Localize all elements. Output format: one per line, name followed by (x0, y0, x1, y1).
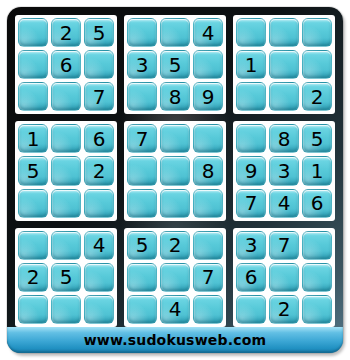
cell-r1c5[interactable] (160, 18, 190, 47)
cell-r4c9[interactable]: 5 (302, 124, 332, 153)
cell-r3c1[interactable] (18, 82, 48, 111)
cell-digit: 8 (169, 87, 182, 107)
cell-r2c1[interactable] (18, 50, 48, 79)
cell-r2c7[interactable]: 1 (236, 50, 266, 79)
cell-r7c6[interactable] (193, 231, 223, 260)
cell-r1c8[interactable] (269, 18, 299, 47)
sudoku-box-2-3: 85931746 (233, 121, 335, 220)
cell-r1c4[interactable] (127, 18, 157, 47)
cell-r6c6[interactable] (193, 189, 223, 218)
cell-digit: 2 (311, 87, 324, 107)
cell-r3c6[interactable]: 9 (193, 82, 223, 111)
cell-digit: 4 (278, 193, 291, 213)
cell-r5c4[interactable] (127, 156, 157, 185)
cell-digit: 5 (169, 55, 182, 75)
cell-r6c3[interactable] (84, 189, 114, 218)
cell-r8c9[interactable] (302, 263, 332, 292)
cell-digit: 1 (245, 55, 258, 75)
cell-digit: 6 (245, 267, 258, 287)
cell-r7c8[interactable]: 7 (269, 231, 299, 260)
sudoku-box-3-3: 3762 (233, 228, 335, 327)
cell-r7c3[interactable]: 4 (84, 231, 114, 260)
cell-digit: 9 (245, 161, 258, 181)
cell-r6c5[interactable] (160, 189, 190, 218)
cell-r2c4[interactable]: 3 (127, 50, 157, 79)
sudoku-box-3-1: 425 (15, 228, 117, 327)
cell-r5c2[interactable] (51, 156, 81, 185)
cell-digit: 3 (136, 55, 149, 75)
cell-r9c5[interactable]: 4 (160, 295, 190, 324)
cell-r5c5[interactable] (160, 156, 190, 185)
cell-r2c9[interactable] (302, 50, 332, 79)
cell-r1c9[interactable] (302, 18, 332, 47)
cell-digit: 5 (311, 129, 324, 149)
cell-r8c6[interactable]: 7 (193, 263, 223, 292)
cell-r9c3[interactable] (84, 295, 114, 324)
cell-r8c2[interactable]: 5 (51, 263, 81, 292)
cell-r2c2[interactable]: 6 (51, 50, 81, 79)
cell-r7c5[interactable]: 2 (160, 231, 190, 260)
cell-digit: 1 (311, 161, 324, 181)
cell-r6c9[interactable]: 6 (302, 189, 332, 218)
cell-r1c3[interactable]: 5 (84, 18, 114, 47)
cell-r6c8[interactable]: 4 (269, 189, 299, 218)
sudoku-grid: 256743589121652788593174642552743762 (15, 15, 335, 327)
cell-digit: 5 (93, 23, 106, 43)
cell-digit: 9 (202, 87, 215, 107)
cell-r8c5[interactable] (160, 263, 190, 292)
cell-digit: 7 (278, 235, 291, 255)
cell-r3c3[interactable]: 7 (84, 82, 114, 111)
cell-r7c9[interactable] (302, 231, 332, 260)
cell-r9c9[interactable] (302, 295, 332, 324)
cell-r3c8[interactable] (269, 82, 299, 111)
cell-r9c7[interactable] (236, 295, 266, 324)
cell-r1c1[interactable] (18, 18, 48, 47)
cell-r5c9[interactable]: 1 (302, 156, 332, 185)
cell-r4c2[interactable] (51, 124, 81, 153)
sudoku-box-2-2: 78 (124, 121, 226, 220)
cell-r3c2[interactable] (51, 82, 81, 111)
cell-digit: 7 (202, 267, 215, 287)
cell-r3c5[interactable]: 8 (160, 82, 190, 111)
cell-digit: 5 (27, 161, 40, 181)
cell-r6c1[interactable] (18, 189, 48, 218)
cell-r1c6[interactable]: 4 (193, 18, 223, 47)
cell-r2c8[interactable] (269, 50, 299, 79)
cell-digit: 2 (93, 161, 106, 181)
cell-digit: 6 (93, 129, 106, 149)
cell-r5c6[interactable]: 8 (193, 156, 223, 185)
cell-r9c1[interactable] (18, 295, 48, 324)
cell-r9c6[interactable] (193, 295, 223, 324)
footer-bar: www.sudokusweb.com (7, 327, 343, 353)
cell-digit: 4 (93, 235, 106, 255)
cell-r4c1[interactable]: 1 (18, 124, 48, 153)
cell-digit: 6 (60, 55, 73, 75)
cell-r7c2[interactable] (51, 231, 81, 260)
cell-digit: 5 (136, 235, 149, 255)
sudoku-box-1-3: 12 (233, 15, 335, 114)
cell-r4c5[interactable] (160, 124, 190, 153)
cell-r1c7[interactable] (236, 18, 266, 47)
cell-r9c2[interactable] (51, 295, 81, 324)
cell-r1c2[interactable]: 2 (51, 18, 81, 47)
cell-digit: 2 (60, 23, 73, 43)
cell-digit: 3 (245, 235, 258, 255)
cell-r8c7[interactable]: 6 (236, 263, 266, 292)
cell-r2c5[interactable]: 5 (160, 50, 190, 79)
cell-r8c3[interactable] (84, 263, 114, 292)
cell-digit: 4 (202, 23, 215, 43)
cell-digit: 4 (169, 299, 182, 319)
cell-r6c7[interactable]: 7 (236, 189, 266, 218)
cell-digit: 7 (136, 129, 149, 149)
cell-r5c7[interactable]: 9 (236, 156, 266, 185)
cell-r7c4[interactable]: 5 (127, 231, 157, 260)
sudoku-box-2-1: 1652 (15, 121, 117, 220)
cell-r3c4[interactable] (127, 82, 157, 111)
cell-r5c1[interactable]: 5 (18, 156, 48, 185)
cell-r6c4[interactable] (127, 189, 157, 218)
cell-r2c6[interactable] (193, 50, 223, 79)
sudoku-box-3-2: 5274 (124, 228, 226, 327)
cell-digit: 1 (27, 129, 40, 149)
cell-digit: 8 (202, 161, 215, 181)
cell-digit: 6 (311, 193, 324, 213)
cell-r9c4[interactable] (127, 295, 157, 324)
cell-r4c8[interactable]: 8 (269, 124, 299, 153)
cell-r5c3[interactable]: 2 (84, 156, 114, 185)
cell-r4c6[interactable] (193, 124, 223, 153)
cell-r4c7[interactable] (236, 124, 266, 153)
cell-digit: 8 (278, 129, 291, 149)
sudoku-box-1-2: 43589 (124, 15, 226, 114)
cell-digit: 2 (27, 267, 40, 287)
cell-r3c9[interactable]: 2 (302, 82, 332, 111)
cell-r8c8[interactable] (269, 263, 299, 292)
cell-r7c7[interactable]: 3 (236, 231, 266, 260)
cell-r5c8[interactable]: 3 (269, 156, 299, 185)
cell-r7c1[interactable] (18, 231, 48, 260)
sudoku-board: 256743589121652788593174642552743762 www… (7, 7, 343, 353)
cell-r8c4[interactable] (127, 263, 157, 292)
site-url: www.sudokusweb.com (84, 332, 267, 348)
cell-digit: 7 (93, 87, 106, 107)
cell-r4c3[interactable]: 6 (84, 124, 114, 153)
cell-digit: 5 (60, 267, 73, 287)
cell-digit: 2 (278, 299, 291, 319)
cell-r6c2[interactable] (51, 189, 81, 218)
cell-r8c1[interactable]: 2 (18, 263, 48, 292)
cell-r4c4[interactable]: 7 (127, 124, 157, 153)
cell-r3c7[interactable] (236, 82, 266, 111)
sudoku-box-1-1: 2567 (15, 15, 117, 114)
cell-r9c8[interactable]: 2 (269, 295, 299, 324)
cell-digit: 2 (169, 235, 182, 255)
cell-r2c3[interactable] (84, 50, 114, 79)
cell-digit: 3 (278, 161, 291, 181)
cell-digit: 7 (245, 193, 258, 213)
